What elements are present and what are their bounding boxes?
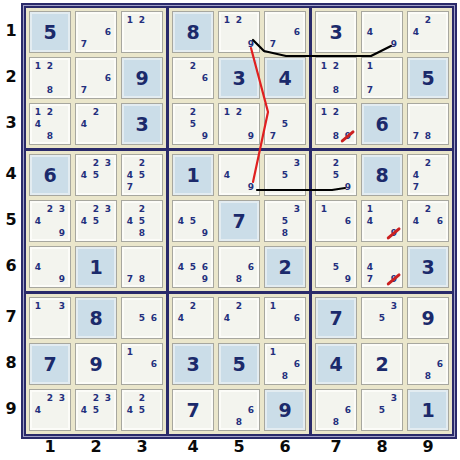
pencil-marks: 68 bbox=[221, 249, 257, 285]
pencil-marks: 259 bbox=[318, 157, 354, 193]
candidate-5: 5 bbox=[136, 404, 148, 416]
candidate-7: 7 bbox=[267, 38, 279, 50]
cell-r1c8[interactable]: 49 bbox=[361, 11, 403, 53]
candidate-4: 4 bbox=[410, 215, 422, 227]
given-digit: 3 bbox=[219, 58, 259, 98]
pencil-marks: 149 bbox=[364, 203, 400, 239]
box-6: 259824716149246594793 bbox=[312, 151, 452, 291]
candidate-7: 7 bbox=[410, 130, 422, 142]
cell-r3c2[interactable]: 24 bbox=[75, 103, 117, 145]
candidate-6: 6 bbox=[245, 261, 257, 273]
cell-r2c6[interactable]: 4 bbox=[264, 57, 306, 99]
candidate-7: 7 bbox=[124, 181, 136, 193]
cell-r3c9[interactable]: 78 bbox=[407, 103, 449, 145]
cell-r3c6[interactable]: 57 bbox=[264, 103, 306, 145]
pencil-marks: 49 bbox=[32, 249, 68, 285]
candidate-8: 8 bbox=[330, 84, 342, 96]
candidate-2: 2 bbox=[422, 157, 434, 169]
row-label-7: 7 bbox=[1, 307, 21, 326]
cell-r5c9[interactable]: 246 bbox=[407, 200, 449, 242]
col-label-1: 1 bbox=[29, 437, 71, 456]
cell-r2c3[interactable]: 9 bbox=[121, 57, 163, 99]
given-digit: 4 bbox=[265, 58, 305, 98]
pencil-marks: 2458 bbox=[124, 203, 160, 239]
cell-r3c7[interactable]: 1289 bbox=[315, 103, 357, 145]
pencil-marks: 16 bbox=[318, 203, 354, 239]
given-digit: 7 bbox=[30, 344, 70, 384]
pencil-marks: 2345 bbox=[78, 157, 114, 193]
cell-r7c9[interactable]: 9 bbox=[407, 297, 449, 339]
pencil-marks: 56 bbox=[124, 300, 160, 336]
candidate-4: 4 bbox=[124, 169, 136, 181]
candidate-1: 1 bbox=[318, 106, 330, 118]
cell-r6c9[interactable]: 3 bbox=[407, 246, 449, 288]
cell-r5c5[interactable]: 7 bbox=[218, 200, 260, 242]
sudoku-board: 5671212867912482438129672634259129573492… bbox=[24, 6, 454, 436]
given-digit: 1 bbox=[76, 247, 116, 287]
row-label-5: 5 bbox=[1, 210, 21, 229]
solved-digit: 3 bbox=[316, 12, 356, 52]
candidate-1: 1 bbox=[364, 203, 376, 215]
candidate-6: 6 bbox=[434, 358, 446, 370]
pencil-marks: 13 bbox=[32, 300, 68, 336]
cell-r3c4[interactable]: 259 bbox=[172, 103, 214, 145]
candidate-6: 6 bbox=[199, 261, 211, 273]
cell-r7c1[interactable]: 13 bbox=[29, 297, 71, 339]
cell-r9c9[interactable]: 1 bbox=[407, 389, 449, 431]
cell-r5c7[interactable]: 16 bbox=[315, 200, 357, 242]
candidate-7: 7 bbox=[267, 130, 279, 142]
cell-r8c2[interactable]: 9 bbox=[75, 343, 117, 385]
candidate-2: 2 bbox=[330, 157, 342, 169]
given-digit: 3 bbox=[408, 247, 448, 287]
pencil-marks: 168 bbox=[267, 346, 303, 382]
col-label-8: 8 bbox=[361, 437, 403, 456]
candidate-8: 8 bbox=[136, 227, 148, 239]
candidate-2: 2 bbox=[187, 300, 199, 312]
col-label-2: 2 bbox=[75, 437, 117, 456]
cell-r8c1[interactable]: 7 bbox=[29, 343, 71, 385]
pencil-marks: 245 bbox=[124, 392, 160, 428]
candidate-4: 4 bbox=[78, 404, 90, 416]
cell-r5c8[interactable]: 149 bbox=[361, 200, 403, 242]
candidate-5: 5 bbox=[90, 404, 102, 416]
pencil-marks: 2349 bbox=[32, 203, 68, 239]
row-label-6: 6 bbox=[1, 256, 21, 275]
pencil-marks: 24 bbox=[410, 14, 446, 50]
box-2: 812967263425912957 bbox=[169, 8, 309, 148]
cell-r8c5[interactable]: 5 bbox=[218, 343, 260, 385]
pencil-marks: 16 bbox=[267, 300, 303, 336]
cell-r1c2[interactable]: 67 bbox=[75, 11, 117, 53]
candidate-4: 4 bbox=[175, 215, 187, 227]
cell-r8c6[interactable]: 168 bbox=[264, 343, 306, 385]
given-digit: 9 bbox=[265, 390, 305, 430]
candidate-1: 1 bbox=[364, 60, 376, 72]
cell-r7c6[interactable]: 16 bbox=[264, 297, 306, 339]
candidate-5: 5 bbox=[187, 261, 199, 273]
candidate-9: 9 bbox=[199, 227, 211, 239]
pencil-marks: 26 bbox=[175, 60, 211, 96]
candidate-3: 3 bbox=[102, 203, 114, 215]
given-digit: 7 bbox=[316, 298, 356, 338]
candidate-6: 6 bbox=[434, 215, 446, 227]
pencil-marks: 1248 bbox=[32, 106, 68, 142]
candidate-9: 9 bbox=[199, 273, 211, 285]
pencil-marks: 12 bbox=[124, 14, 160, 50]
candidate-9: 9 bbox=[245, 38, 257, 50]
candidate-5: 5 bbox=[279, 118, 291, 130]
given-digit: 2 bbox=[265, 247, 305, 287]
row-label-9: 9 bbox=[1, 399, 21, 418]
cell-r4c2[interactable]: 2345 bbox=[75, 154, 117, 196]
cell-r6c2[interactable]: 1 bbox=[75, 246, 117, 288]
given-digit: 9 bbox=[122, 58, 162, 98]
cell-r3c3[interactable]: 3 bbox=[121, 103, 163, 145]
cell-r1c9[interactable]: 24 bbox=[407, 11, 449, 53]
sudoku-solver-view: 123456789 123456789 56712128679124824381… bbox=[0, 0, 460, 460]
cell-r5c6[interactable]: 358 bbox=[264, 200, 306, 242]
candidate-3: 3 bbox=[291, 157, 303, 169]
pencil-marks: 78 bbox=[124, 249, 160, 285]
candidate-1: 1 bbox=[32, 300, 44, 312]
candidate-2: 2 bbox=[44, 392, 56, 404]
pencil-marks: 128 bbox=[32, 60, 68, 96]
candidate-4: 4 bbox=[364, 215, 376, 227]
cell-r2c8[interactable]: 17 bbox=[361, 57, 403, 99]
pencil-marks: 24 bbox=[175, 300, 211, 336]
cell-r7c3[interactable]: 56 bbox=[121, 297, 163, 339]
candidate-6: 6 bbox=[245, 404, 257, 416]
cell-r8c4[interactable]: 3 bbox=[172, 343, 214, 385]
candidate-3: 3 bbox=[388, 300, 400, 312]
candidate-6: 6 bbox=[102, 26, 114, 38]
pencil-marks: 35 bbox=[364, 392, 400, 428]
candidate-5: 5 bbox=[279, 169, 291, 181]
cell-r8c9[interactable]: 68 bbox=[407, 343, 449, 385]
candidate-8: 8 bbox=[233, 416, 245, 428]
cell-r5c3[interactable]: 2458 bbox=[121, 200, 163, 242]
pencil-marks: 129 bbox=[221, 14, 257, 50]
cell-r2c7[interactable]: 128 bbox=[315, 57, 357, 99]
candidate-4: 4 bbox=[32, 261, 44, 273]
cell-r2c2[interactable]: 67 bbox=[75, 57, 117, 99]
given-digit: 5 bbox=[30, 12, 70, 52]
box-8: 242416351687689 bbox=[169, 294, 309, 434]
pencil-marks: 67 bbox=[267, 14, 303, 50]
cell-r6c7[interactable]: 59 bbox=[315, 246, 357, 288]
cell-r6c3[interactable]: 78 bbox=[121, 246, 163, 288]
candidate-2: 2 bbox=[136, 392, 148, 404]
candidate-8: 8 bbox=[279, 370, 291, 382]
candidate-5: 5 bbox=[136, 169, 148, 181]
candidate-1: 1 bbox=[124, 346, 136, 358]
candidate-7: 7 bbox=[78, 38, 90, 50]
candidate-8: 8 bbox=[279, 227, 291, 239]
given-digit: 3 bbox=[122, 104, 162, 144]
cell-r8c3[interactable]: 16 bbox=[121, 343, 163, 385]
given-digit: 3 bbox=[173, 344, 213, 384]
cell-r4c3[interactable]: 2457 bbox=[121, 154, 163, 196]
candidate-5: 5 bbox=[376, 404, 388, 416]
solved-digit: 9 bbox=[408, 298, 448, 338]
candidate-1: 1 bbox=[124, 14, 136, 26]
cell-r2c1[interactable]: 128 bbox=[29, 57, 71, 99]
candidate-7: 7 bbox=[410, 181, 422, 193]
candidate-5: 5 bbox=[90, 169, 102, 181]
candidate-8: 8 bbox=[330, 416, 342, 428]
candidate-2: 2 bbox=[233, 106, 245, 118]
candidate-6: 6 bbox=[342, 215, 354, 227]
cell-r7c8[interactable]: 35 bbox=[361, 297, 403, 339]
candidate-5: 5 bbox=[187, 215, 199, 227]
pencil-marks: 358 bbox=[267, 203, 303, 239]
candidate-2: 2 bbox=[187, 106, 199, 118]
pencil-marks: 2457 bbox=[124, 157, 160, 193]
candidate-7: 7 bbox=[364, 273, 376, 285]
candidate-4: 4 bbox=[78, 169, 90, 181]
pencil-marks: 49 bbox=[364, 14, 400, 50]
pencil-marks: 1289 bbox=[318, 106, 354, 142]
cell-r9c5[interactable]: 68 bbox=[218, 389, 260, 431]
candidate-3: 3 bbox=[291, 203, 303, 215]
box-7: 1385679162342345245 bbox=[26, 294, 166, 434]
candidate-3: 3 bbox=[102, 392, 114, 404]
given-digit: 1 bbox=[408, 390, 448, 430]
cell-r4c8[interactable]: 8 bbox=[361, 154, 403, 196]
candidate-6: 6 bbox=[148, 312, 160, 324]
candidate-4: 4 bbox=[78, 118, 90, 130]
candidate-1: 1 bbox=[267, 300, 279, 312]
candidate-5: 5 bbox=[330, 261, 342, 273]
eliminated-candidate-9: 9 bbox=[388, 273, 400, 285]
candidate-8: 8 bbox=[44, 130, 56, 142]
cell-r2c4[interactable]: 26 bbox=[172, 57, 214, 99]
box-1: 567121286791248243 bbox=[26, 8, 166, 148]
given-digit: 8 bbox=[76, 298, 116, 338]
cell-r9c6[interactable]: 9 bbox=[264, 389, 306, 431]
candidate-3: 3 bbox=[56, 392, 68, 404]
box-9: 7359426868351 bbox=[312, 294, 452, 434]
pencil-marks: 35 bbox=[267, 157, 303, 193]
cell-r1c3[interactable]: 12 bbox=[121, 11, 163, 53]
cell-r8c7[interactable]: 4 bbox=[315, 343, 357, 385]
pencil-marks: 24 bbox=[221, 300, 257, 336]
cell-r3c5[interactable]: 129 bbox=[218, 103, 260, 145]
cell-r9c8[interactable]: 35 bbox=[361, 389, 403, 431]
candidate-2: 2 bbox=[44, 203, 56, 215]
given-digit: 5 bbox=[219, 344, 259, 384]
cell-r1c4[interactable]: 8 bbox=[172, 11, 214, 53]
pencil-marks: 78 bbox=[410, 106, 446, 142]
given-digit: 5 bbox=[408, 58, 448, 98]
candidate-9: 9 bbox=[56, 227, 68, 239]
cell-r4c1[interactable]: 6 bbox=[29, 154, 71, 196]
given-digit: 8 bbox=[362, 155, 402, 195]
candidate-4: 4 bbox=[364, 26, 376, 38]
col-label-3: 3 bbox=[121, 437, 163, 456]
candidate-2: 2 bbox=[136, 203, 148, 215]
cell-r9c2[interactable]: 2345 bbox=[75, 389, 117, 431]
pencil-marks: 35 bbox=[364, 300, 400, 336]
row-label-4: 4 bbox=[1, 164, 21, 183]
pencil-marks: 67 bbox=[78, 14, 114, 50]
cell-r2c5[interactable]: 3 bbox=[218, 57, 260, 99]
pencil-marks: 4569 bbox=[175, 249, 211, 285]
pencil-marks: 17 bbox=[364, 60, 400, 96]
candidate-6: 6 bbox=[291, 358, 303, 370]
pencil-marks: 479 bbox=[364, 249, 400, 285]
candidate-6: 6 bbox=[148, 358, 160, 370]
cell-r6c6[interactable]: 2 bbox=[264, 246, 306, 288]
candidate-3: 3 bbox=[388, 392, 400, 404]
candidate-2: 2 bbox=[136, 14, 148, 26]
cell-r1c6[interactable]: 67 bbox=[264, 11, 306, 53]
pencil-marks: 67 bbox=[78, 60, 114, 96]
candidate-8: 8 bbox=[136, 273, 148, 285]
pencil-marks: 459 bbox=[175, 203, 211, 239]
col-label-6: 6 bbox=[264, 437, 306, 456]
cell-r4c7[interactable]: 259 bbox=[315, 154, 357, 196]
candidate-4: 4 bbox=[410, 169, 422, 181]
pencil-marks: 68 bbox=[410, 346, 446, 382]
candidate-2: 2 bbox=[330, 106, 342, 118]
candidate-9: 9 bbox=[245, 181, 257, 193]
cell-r4c5[interactable]: 49 bbox=[218, 154, 260, 196]
cell-r9c1[interactable]: 234 bbox=[29, 389, 71, 431]
candidate-4: 4 bbox=[124, 404, 136, 416]
cell-r8c8[interactable]: 2 bbox=[361, 343, 403, 385]
pencil-marks: 128 bbox=[318, 60, 354, 96]
cell-r7c5[interactable]: 24 bbox=[218, 297, 260, 339]
candidate-4: 4 bbox=[221, 312, 233, 324]
pencil-marks: 247 bbox=[410, 157, 446, 193]
candidate-8: 8 bbox=[422, 130, 434, 142]
box-3: 349241281751289678 bbox=[312, 8, 452, 148]
candidate-2: 2 bbox=[90, 106, 102, 118]
pencil-marks: 234 bbox=[32, 392, 68, 428]
candidate-4: 4 bbox=[32, 215, 44, 227]
candidate-8: 8 bbox=[44, 84, 56, 96]
cell-r6c1[interactable]: 49 bbox=[29, 246, 71, 288]
row-label-2: 2 bbox=[1, 67, 21, 86]
candidate-6: 6 bbox=[291, 312, 303, 324]
col-label-4: 4 bbox=[172, 437, 214, 456]
cell-r1c7[interactable]: 3 bbox=[315, 11, 357, 53]
cell-r4c4[interactable]: 1 bbox=[172, 154, 214, 196]
col-label-9: 9 bbox=[407, 437, 449, 456]
candidate-7: 7 bbox=[124, 273, 136, 285]
cell-r3c8[interactable]: 6 bbox=[361, 103, 403, 145]
candidate-9: 9 bbox=[56, 273, 68, 285]
candidate-9: 9 bbox=[199, 130, 211, 142]
candidate-9: 9 bbox=[245, 130, 257, 142]
cell-r4c9[interactable]: 247 bbox=[407, 154, 449, 196]
solved-digit: 9 bbox=[76, 344, 116, 384]
candidate-2: 2 bbox=[44, 106, 56, 118]
candidate-8: 8 bbox=[233, 273, 245, 285]
candidate-1: 1 bbox=[318, 203, 330, 215]
pencil-marks: 49 bbox=[221, 157, 257, 193]
solved-digit: 2 bbox=[362, 344, 402, 384]
cell-r5c1[interactable]: 2349 bbox=[29, 200, 71, 242]
candidate-8: 8 bbox=[422, 370, 434, 382]
candidate-9: 9 bbox=[342, 273, 354, 285]
candidate-2: 2 bbox=[422, 203, 434, 215]
candidate-4: 4 bbox=[221, 169, 233, 181]
cell-r5c2[interactable]: 2345 bbox=[75, 200, 117, 242]
candidate-6: 6 bbox=[291, 26, 303, 38]
cell-r4c6[interactable]: 35 bbox=[264, 154, 306, 196]
cell-r3c1[interactable]: 1248 bbox=[29, 103, 71, 145]
candidate-1: 1 bbox=[267, 346, 279, 358]
candidate-1: 1 bbox=[32, 60, 44, 72]
candidate-3: 3 bbox=[56, 300, 68, 312]
box-5: 1493545973584569682 bbox=[169, 151, 309, 291]
pencil-marks: 24 bbox=[78, 106, 114, 142]
candidate-4: 4 bbox=[32, 404, 44, 416]
candidate-4: 4 bbox=[175, 312, 187, 324]
cell-r5c4[interactable]: 459 bbox=[172, 200, 214, 242]
cell-r9c4[interactable]: 7 bbox=[172, 389, 214, 431]
cell-r6c5[interactable]: 68 bbox=[218, 246, 260, 288]
given-digit: 8 bbox=[173, 12, 213, 52]
col-label-7: 7 bbox=[315, 437, 357, 456]
cell-r7c7[interactable]: 7 bbox=[315, 297, 357, 339]
box-4: 62345245723492345245849178 bbox=[26, 151, 166, 291]
candidate-1: 1 bbox=[32, 106, 44, 118]
cell-r9c3[interactable]: 245 bbox=[121, 389, 163, 431]
candidate-5: 5 bbox=[136, 312, 148, 324]
candidate-4: 4 bbox=[175, 261, 187, 273]
candidate-6: 6 bbox=[102, 72, 114, 84]
cell-r9c7[interactable]: 68 bbox=[315, 389, 357, 431]
given-digit: 6 bbox=[362, 104, 402, 144]
cell-r6c4[interactable]: 4569 bbox=[172, 246, 214, 288]
candidate-4: 4 bbox=[410, 26, 422, 38]
candidate-5: 5 bbox=[90, 215, 102, 227]
cell-r2c9[interactable]: 5 bbox=[407, 57, 449, 99]
cell-r1c5[interactable]: 129 bbox=[218, 11, 260, 53]
candidate-5: 5 bbox=[376, 312, 388, 324]
candidate-1: 1 bbox=[221, 14, 233, 26]
pencil-marks: 129 bbox=[221, 106, 257, 142]
candidate-5: 5 bbox=[136, 215, 148, 227]
pencil-marks: 246 bbox=[410, 203, 446, 239]
cell-r1c1[interactable]: 5 bbox=[29, 11, 71, 53]
candidate-2: 2 bbox=[136, 157, 148, 169]
given-digit: 1 bbox=[173, 155, 213, 195]
candidate-4: 4 bbox=[364, 261, 376, 273]
candidate-5: 5 bbox=[330, 169, 342, 181]
candidate-2: 2 bbox=[90, 203, 102, 215]
candidate-2: 2 bbox=[422, 14, 434, 26]
pencil-marks: 16 bbox=[124, 346, 160, 382]
pencil-marks: 59 bbox=[318, 249, 354, 285]
col-label-5: 5 bbox=[218, 437, 260, 456]
cell-r6c8[interactable]: 479 bbox=[361, 246, 403, 288]
given-digit: 6 bbox=[30, 155, 70, 195]
candidate-2: 2 bbox=[90, 392, 102, 404]
pencil-marks: 259 bbox=[175, 106, 211, 142]
cell-r7c4[interactable]: 24 bbox=[172, 297, 214, 339]
solved-digit: 7 bbox=[173, 390, 213, 430]
candidate-2: 2 bbox=[187, 60, 199, 72]
row-label-3: 3 bbox=[1, 113, 21, 132]
candidate-6: 6 bbox=[199, 72, 211, 84]
cell-r7c2[interactable]: 8 bbox=[75, 297, 117, 339]
eliminated-candidate-9: 9 bbox=[388, 227, 400, 239]
